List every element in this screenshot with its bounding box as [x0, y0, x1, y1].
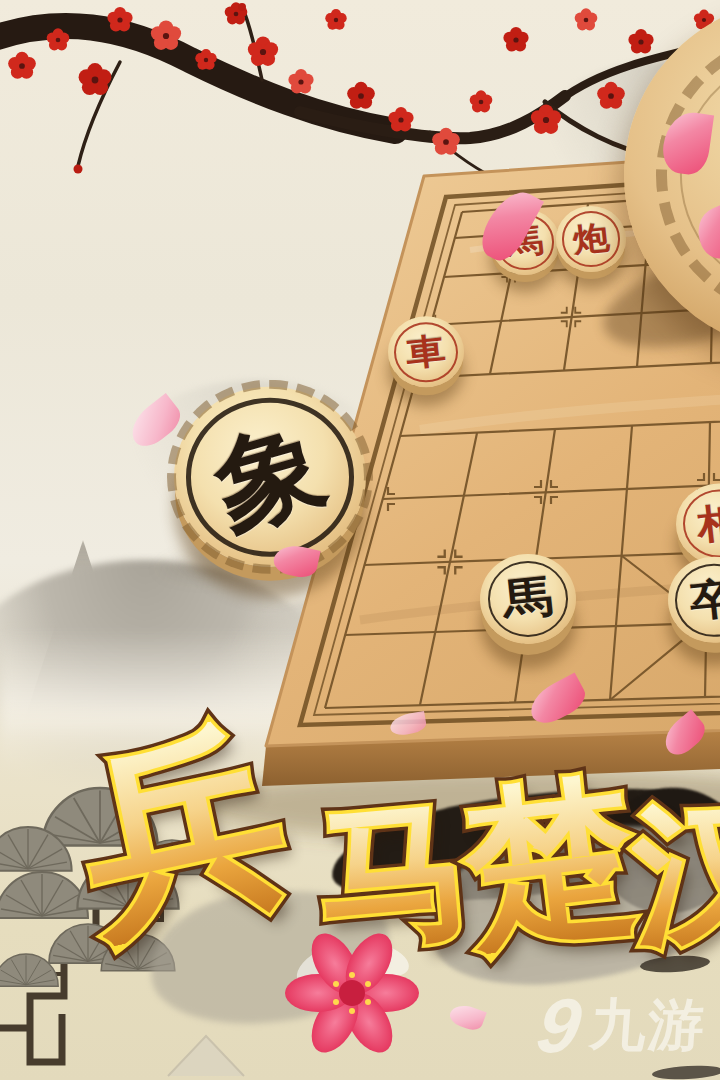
xiangqi-splash-screen: 馬 炮 車 相 卒 馬 象 [0, 0, 720, 1080]
watermark: 9 九游 [538, 988, 706, 1064]
title-char-4: 汉 汉 汉 [629, 792, 720, 983]
red-chariot-piece[interactable]: 車 [388, 316, 464, 387]
floating-black-elephant-piece: 象 [174, 387, 366, 567]
watermark-brand: 九游 [588, 988, 709, 1064]
piece-character: 相 [695, 502, 720, 546]
red-cannon-piece[interactable]: 炮 [556, 206, 626, 272]
black-horse-piece[interactable]: 馬 [480, 554, 576, 644]
piece-character: 卒 [688, 577, 720, 624]
piece-character: 炮 [571, 221, 611, 257]
nine-logo-icon: 9 [533, 991, 585, 1061]
piece-character: 象 [204, 412, 336, 541]
peony-flower [272, 918, 432, 1058]
piece-character: 馬 [501, 575, 555, 624]
piece-character: 車 [405, 333, 448, 372]
